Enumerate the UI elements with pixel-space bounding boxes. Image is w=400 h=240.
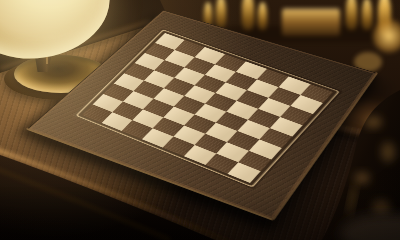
carving-glint [354, 172, 370, 184]
carving-glint [381, 142, 395, 162]
carving-glint [364, 116, 382, 128]
carving-glint [372, 200, 390, 214]
product-photo-scene [0, 0, 400, 240]
